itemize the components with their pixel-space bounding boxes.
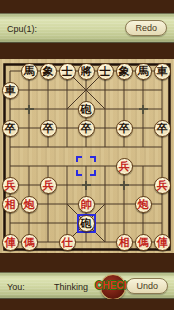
piece-red-b7[interactable]: 炮 [21, 196, 38, 213]
piece-red-e7[interactable]: 帥 [78, 196, 95, 213]
last-move-origin-marker [76, 156, 96, 176]
xiangqi-board[interactable]: 馬象士將士象馬車車砲卒卒卒卒卒兵兵兵兵相炮帥炮砲俥傌仕相傌俥 [0, 59, 174, 253]
redo-button[interactable]: Redo [125, 20, 167, 36]
piece-black-c3[interactable]: 卒 [40, 120, 57, 137]
piece-red-g9[interactable]: 相 [116, 234, 133, 251]
piece-red-h7[interactable]: 炮 [135, 196, 152, 213]
piece-red-h9[interactable]: 傌 [135, 234, 152, 251]
piece-red-i6[interactable]: 兵 [154, 177, 171, 194]
piece-black-c0[interactable]: 象 [40, 63, 57, 80]
piece-black-a3[interactable]: 卒 [2, 120, 19, 137]
piece-red-c6[interactable]: 兵 [40, 177, 57, 194]
undo-button[interactable]: Undo [126, 278, 168, 294]
lower-texture-band [0, 253, 174, 272]
bottom-texture-band [0, 299, 174, 310]
piece-red-a9[interactable]: 俥 [2, 234, 19, 251]
top-bar: Cpu(1): Redo [0, 13, 174, 43]
you-player-label: You: [7, 282, 25, 292]
piece-black-d0[interactable]: 士 [59, 63, 76, 80]
piece-red-g5[interactable]: 兵 [116, 158, 133, 175]
cpu-player-label: Cpu(1): [7, 24, 37, 34]
bottom-bar: You: Thinking CHECK Undo [0, 272, 174, 299]
piece-red-d9[interactable]: 仕 [59, 234, 76, 251]
upper-texture-band [0, 43, 174, 59]
piece-black-g3[interactable]: 卒 [116, 120, 133, 137]
piece-black-e8[interactable]: 砲 [78, 215, 95, 232]
piece-black-a1[interactable]: 車 [2, 82, 19, 99]
piece-red-b9[interactable]: 傌 [21, 234, 38, 251]
piece-black-g0[interactable]: 象 [116, 63, 133, 80]
piece-black-e3[interactable]: 卒 [78, 120, 95, 137]
point-marker-e6 [82, 181, 91, 190]
piece-black-i0[interactable]: 車 [154, 63, 171, 80]
piece-black-f0[interactable]: 士 [97, 63, 114, 80]
xiangqi-app: Cpu(1): Redo 馬象士將士象馬車車砲卒卒卒卒卒兵兵兵兵相炮帥炮砲俥傌仕… [0, 0, 174, 310]
piece-black-i3[interactable]: 卒 [154, 120, 171, 137]
status-text: Thinking [54, 282, 88, 292]
piece-red-a7[interactable]: 相 [2, 196, 19, 213]
piece-black-e2[interactable]: 砲 [78, 101, 95, 118]
point-marker-b2 [25, 105, 34, 114]
point-marker-h2 [139, 105, 148, 114]
piece-red-i9[interactable]: 俥 [154, 234, 171, 251]
top-texture-band [0, 0, 174, 13]
piece-black-h0[interactable]: 馬 [135, 63, 152, 80]
piece-black-e0[interactable]: 將 [78, 63, 95, 80]
point-marker-g6 [120, 181, 129, 190]
piece-red-a6[interactable]: 兵 [2, 177, 19, 194]
piece-black-b0[interactable]: 馬 [21, 63, 38, 80]
